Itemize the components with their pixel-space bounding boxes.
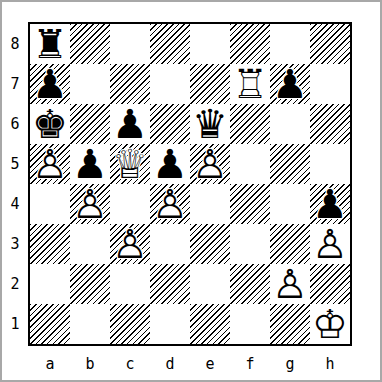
square-a4[interactable] xyxy=(30,184,70,224)
piece-bP-g7: ♟♟ xyxy=(270,64,310,104)
piece-wP-b4: ♟♙ xyxy=(70,184,110,224)
rank-label-6: 6 xyxy=(4,104,26,144)
square-b7[interactable] xyxy=(70,64,110,104)
square-c4[interactable] xyxy=(110,184,150,224)
rank-label-1: 1 xyxy=(4,304,26,344)
square-b5[interactable]: ♟♟ xyxy=(70,144,110,184)
square-b6[interactable] xyxy=(70,104,110,144)
square-h8[interactable] xyxy=(310,24,350,64)
square-b8[interactable] xyxy=(70,24,110,64)
piece-glyph: ♖ xyxy=(230,64,270,104)
square-f8[interactable] xyxy=(230,24,270,64)
square-g4[interactable] xyxy=(270,184,310,224)
square-h6[interactable] xyxy=(310,104,350,144)
square-a8[interactable]: ♜♜ xyxy=(30,24,70,64)
square-h1[interactable]: ♚♔ xyxy=(310,304,350,344)
rank-label-4: 4 xyxy=(4,184,26,224)
square-g5[interactable] xyxy=(270,144,310,184)
square-f1[interactable] xyxy=(230,304,270,344)
square-d1[interactable] xyxy=(150,304,190,344)
piece-glyph: ♕ xyxy=(110,144,150,184)
square-b2[interactable] xyxy=(70,264,110,304)
file-label-d: d xyxy=(150,350,190,378)
piece-bP-d5: ♟♟ xyxy=(150,144,190,184)
square-h7[interactable] xyxy=(310,64,350,104)
square-b4[interactable]: ♟♙ xyxy=(70,184,110,224)
square-f3[interactable] xyxy=(230,224,270,264)
rank-labels: 87654321 xyxy=(4,24,26,344)
file-label-h: h xyxy=(310,350,350,378)
piece-bK-a6: ♚♚ xyxy=(30,104,70,144)
piece-wP-e5: ♟♙ xyxy=(190,144,230,184)
piece-glyph: ♚ xyxy=(30,104,70,144)
piece-bP-h4: ♟♟ xyxy=(310,184,350,224)
square-f6[interactable] xyxy=(230,104,270,144)
square-a3[interactable] xyxy=(30,224,70,264)
square-e5[interactable]: ♟♙ xyxy=(190,144,230,184)
rank-label-5: 5 xyxy=(4,144,26,184)
square-a7[interactable]: ♟♟ xyxy=(30,64,70,104)
square-g2[interactable]: ♟♙ xyxy=(270,264,310,304)
piece-glyph: ♟ xyxy=(150,144,190,184)
square-c8[interactable] xyxy=(110,24,150,64)
square-f5[interactable] xyxy=(230,144,270,184)
square-g1[interactable] xyxy=(270,304,310,344)
square-c5[interactable]: ♛♕ xyxy=(110,144,150,184)
piece-glyph: ♙ xyxy=(150,184,190,224)
piece-glyph: ♙ xyxy=(110,224,150,264)
piece-wQ-c5: ♛♕ xyxy=(110,144,150,184)
file-label-g: g xyxy=(270,350,310,378)
square-b3[interactable] xyxy=(70,224,110,264)
square-g6[interactable] xyxy=(270,104,310,144)
piece-glyph: ♟ xyxy=(270,64,310,104)
square-g3[interactable] xyxy=(270,224,310,264)
square-e1[interactable] xyxy=(190,304,230,344)
square-e7[interactable] xyxy=(190,64,230,104)
file-label-c: c xyxy=(110,350,150,378)
piece-glyph: ♟ xyxy=(110,104,150,144)
square-a1[interactable] xyxy=(30,304,70,344)
piece-bP-a7: ♟♟ xyxy=(30,64,70,104)
rank-label-3: 3 xyxy=(4,224,26,264)
square-f7[interactable]: ♜♖ xyxy=(230,64,270,104)
file-label-f: f xyxy=(230,350,270,378)
square-d8[interactable] xyxy=(150,24,190,64)
square-e3[interactable] xyxy=(190,224,230,264)
piece-glyph: ♙ xyxy=(270,264,310,304)
board-frame: ♜♜♟♟♜♖♟♟♚♚♟♟♛♛♟♙♟♟♛♕♟♟♟♙♟♙♟♙♟♟♟♙♟♙♟♙♚♔ xyxy=(28,22,352,346)
piece-glyph: ♜ xyxy=(30,24,70,64)
square-c1[interactable] xyxy=(110,304,150,344)
square-d3[interactable] xyxy=(150,224,190,264)
square-h2[interactable] xyxy=(310,264,350,304)
piece-bQ-e6: ♛♛ xyxy=(190,104,230,144)
piece-wP-c3: ♟♙ xyxy=(110,224,150,264)
piece-wP-a5: ♟♙ xyxy=(30,144,70,184)
square-d2[interactable] xyxy=(150,264,190,304)
square-a6[interactable]: ♚♚ xyxy=(30,104,70,144)
square-h5[interactable] xyxy=(310,144,350,184)
square-g7[interactable]: ♟♟ xyxy=(270,64,310,104)
piece-bR-a8: ♜♜ xyxy=(30,24,70,64)
square-e6[interactable]: ♛♛ xyxy=(190,104,230,144)
square-h4[interactable]: ♟♟ xyxy=(310,184,350,224)
piece-glyph: ♛ xyxy=(190,104,230,144)
piece-glyph: ♟ xyxy=(310,184,350,224)
chess-board: ♜♜♟♟♜♖♟♟♚♚♟♟♛♛♟♙♟♟♛♕♟♟♟♙♟♙♟♙♟♟♟♙♟♙♟♙♚♔ xyxy=(30,24,350,344)
rank-label-8: 8 xyxy=(4,24,26,64)
square-e8[interactable] xyxy=(190,24,230,64)
square-f4[interactable] xyxy=(230,184,270,224)
file-labels: abcdefgh xyxy=(30,350,350,378)
piece-wK-h1: ♚♔ xyxy=(310,304,350,344)
piece-glyph: ♙ xyxy=(190,144,230,184)
piece-glyph: ♙ xyxy=(30,144,70,184)
square-g8[interactable] xyxy=(270,24,310,64)
square-d5[interactable]: ♟♟ xyxy=(150,144,190,184)
square-h3[interactable]: ♟♙ xyxy=(310,224,350,264)
square-c6[interactable]: ♟♟ xyxy=(110,104,150,144)
piece-bP-b5: ♟♟ xyxy=(70,144,110,184)
piece-wR-f7: ♜♖ xyxy=(230,64,270,104)
square-b1[interactable] xyxy=(70,304,110,344)
square-d7[interactable] xyxy=(150,64,190,104)
piece-glyph: ♙ xyxy=(70,184,110,224)
chess-diagram: 87654321 ♜♜♟♟♜♖♟♟♚♚♟♟♛♛♟♙♟♟♛♕♟♟♟♙♟♙♟♙♟♟♟… xyxy=(0,0,382,382)
piece-wP-g2: ♟♙ xyxy=(270,264,310,304)
square-c2[interactable] xyxy=(110,264,150,304)
file-label-e: e xyxy=(190,350,230,378)
square-e4[interactable] xyxy=(190,184,230,224)
square-e2[interactable] xyxy=(190,264,230,304)
piece-glyph: ♔ xyxy=(310,304,350,344)
rank-label-7: 7 xyxy=(4,64,26,104)
piece-glyph: ♟ xyxy=(30,64,70,104)
piece-wP-h3: ♟♙ xyxy=(310,224,350,264)
square-f2[interactable] xyxy=(230,264,270,304)
piece-wP-d4: ♟♙ xyxy=(150,184,190,224)
square-d6[interactable] xyxy=(150,104,190,144)
piece-glyph: ♟ xyxy=(70,144,110,184)
rank-label-2: 2 xyxy=(4,264,26,304)
square-a2[interactable] xyxy=(30,264,70,304)
square-d4[interactable]: ♟♙ xyxy=(150,184,190,224)
file-label-b: b xyxy=(70,350,110,378)
piece-glyph: ♙ xyxy=(310,224,350,264)
piece-bP-c6: ♟♟ xyxy=(110,104,150,144)
file-label-a: a xyxy=(30,350,70,378)
square-c7[interactable] xyxy=(110,64,150,104)
square-a5[interactable]: ♟♙ xyxy=(30,144,70,184)
square-c3[interactable]: ♟♙ xyxy=(110,224,150,264)
